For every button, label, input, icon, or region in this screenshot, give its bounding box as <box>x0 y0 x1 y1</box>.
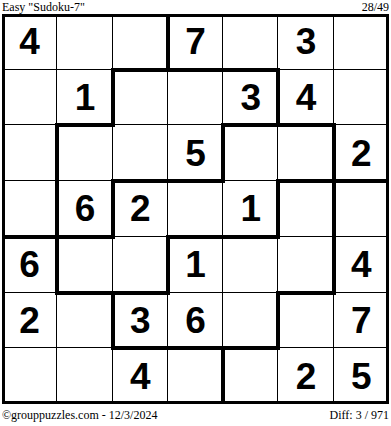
region-border-vertical <box>111 179 115 239</box>
given-digit: 7 <box>351 302 372 339</box>
region-border-vertical <box>276 179 280 239</box>
given-digit: 3 <box>240 79 261 116</box>
puzzle-counter: 28/49 <box>362 0 389 14</box>
region-border-horizontal <box>111 179 170 183</box>
given-digit: 6 <box>185 302 206 339</box>
region-border-horizontal <box>221 68 280 72</box>
cell-r0c4-region-B[interactable] <box>223 14 278 70</box>
cell-r1c0-region-A[interactable] <box>2 70 57 126</box>
region-border-vertical <box>55 235 59 295</box>
region-border-horizontal <box>55 235 114 239</box>
cell-r4c0-region-E[interactable]: 6 <box>2 237 57 293</box>
cell-r2c6-region-B[interactable]: 2 <box>334 125 389 181</box>
cell-r0c2-region-A[interactable] <box>113 14 168 70</box>
region-border-vertical <box>332 179 336 239</box>
region-border-vertical <box>55 123 59 183</box>
region-border-vertical <box>166 235 170 295</box>
cell-r5c1-region-E[interactable] <box>57 293 112 349</box>
given-digit: 2 <box>296 358 317 395</box>
cell-r3c0-region-A[interactable] <box>2 181 57 237</box>
given-digit: 4 <box>296 79 317 116</box>
cell-r0c1-region-A[interactable] <box>57 14 112 70</box>
region-border-horizontal <box>221 123 280 127</box>
cell-r2c2-region-C[interactable] <box>113 125 168 181</box>
given-digit: 3 <box>296 23 317 60</box>
cell-r1c1-region-A[interactable]: 1 <box>57 70 112 126</box>
region-border-vertical <box>332 123 336 183</box>
given-digit: 5 <box>185 135 206 172</box>
grid-border-right <box>386 14 389 404</box>
cell-r3c3-region-D[interactable] <box>168 181 223 237</box>
region-border-vertical <box>221 123 225 183</box>
cell-r0c6-region-B[interactable] <box>334 14 389 70</box>
cell-r6c4-region-G[interactable] <box>223 348 278 404</box>
cell-r1c6-region-B[interactable] <box>334 70 389 126</box>
cell-r5c6-region-G[interactable]: 7 <box>334 293 389 349</box>
given-digit: 6 <box>19 246 40 283</box>
region-border-horizontal <box>332 179 389 183</box>
cell-r1c2-region-C[interactable] <box>113 70 168 126</box>
region-border-vertical <box>332 235 336 295</box>
region-border-horizontal <box>55 291 114 295</box>
region-border-horizontal <box>276 179 335 183</box>
region-border-vertical <box>111 291 115 351</box>
cell-r5c4-region-F[interactable] <box>223 293 278 349</box>
region-border-horizontal <box>166 346 225 350</box>
cell-r6c3-region-E[interactable] <box>168 348 223 404</box>
region-border-horizontal <box>276 291 335 295</box>
given-digit: 7 <box>185 23 206 60</box>
cell-r3c4-region-D[interactable]: 1 <box>223 181 278 237</box>
cell-r6c2-region-E[interactable]: 4 <box>113 348 168 404</box>
sudoku-board: 473134526216142367425 <box>2 14 389 404</box>
cell-r5c3-region-F[interactable]: 6 <box>168 293 223 349</box>
cell-r1c5-region-B[interactable]: 4 <box>278 70 333 126</box>
cell-r4c3-region-F[interactable]: 1 <box>168 237 223 293</box>
region-border-horizontal <box>276 123 335 127</box>
given-digit: 6 <box>75 190 96 227</box>
region-border-horizontal <box>2 235 59 239</box>
region-border-horizontal <box>221 346 280 350</box>
sudoku-7-page: { "game": "jigsaw-sudoku (Sudoku-7, 7x7 … <box>0 0 391 426</box>
cell-r6c0-region-E[interactable] <box>2 348 57 404</box>
given-digit: 1 <box>185 246 206 283</box>
cell-r4c2-region-D[interactable] <box>113 237 168 293</box>
cell-r2c4-region-D[interactable] <box>223 125 278 181</box>
cell-r0c0-region-A[interactable]: 4 <box>2 14 57 70</box>
region-border-horizontal <box>166 235 225 239</box>
region-border-vertical <box>55 179 59 239</box>
cell-r5c0-region-E[interactable]: 2 <box>2 293 57 349</box>
region-border-horizontal <box>111 291 170 295</box>
cell-r2c3-region-C[interactable]: 5 <box>168 125 223 181</box>
region-border-horizontal <box>111 346 170 350</box>
given-digit: 2 <box>351 135 372 172</box>
cell-r6c6-region-G[interactable]: 5 <box>334 348 389 404</box>
cell-r3c6-region-G[interactable] <box>334 181 389 237</box>
region-border-vertical <box>111 68 115 128</box>
cell-r4c1-region-D[interactable] <box>57 237 112 293</box>
region-border-horizontal <box>111 68 170 72</box>
cell-r6c5-region-G[interactable]: 2 <box>278 348 333 404</box>
region-border-vertical <box>166 14 170 72</box>
region-border-horizontal <box>166 68 225 72</box>
cell-r3c5-region-F[interactable] <box>278 181 333 237</box>
given-digit: 2 <box>19 302 40 339</box>
given-digit: 1 <box>240 190 261 227</box>
cell-r4c6-region-G[interactable]: 4 <box>334 237 389 293</box>
given-digit: 4 <box>130 358 151 395</box>
grid-border-bottom <box>2 401 389 404</box>
region-border-horizontal <box>166 179 225 183</box>
cell-r2c1-region-C[interactable] <box>57 125 112 181</box>
cell-r1c4-region-C[interactable]: 3 <box>223 70 278 126</box>
given-digit: 3 <box>130 302 151 339</box>
cell-r3c1-region-C[interactable]: 6 <box>57 181 112 237</box>
cell-r5c5-region-G[interactable] <box>278 293 333 349</box>
cell-r3c2-region-D[interactable]: 2 <box>113 181 168 237</box>
cell-r6c1-region-E[interactable] <box>57 348 112 404</box>
cell-r1c3-region-C[interactable] <box>168 70 223 126</box>
cell-r4c4-region-F[interactable] <box>223 237 278 293</box>
cell-r0c5-region-B[interactable]: 3 <box>278 14 333 70</box>
cell-r4c5-region-F[interactable] <box>278 237 333 293</box>
given-digit: 4 <box>351 246 372 283</box>
puzzle-title: Easy "Sudoku-7" <box>2 0 85 14</box>
copyright-text: ©grouppuzzles.com - 12/3/2024 <box>2 407 157 423</box>
region-border-vertical <box>276 68 280 128</box>
region-border-horizontal <box>221 235 280 239</box>
cell-r5c2-region-F[interactable]: 3 <box>113 293 168 349</box>
given-digit: 2 <box>130 190 151 227</box>
given-digit: 4 <box>19 23 40 60</box>
region-border-horizontal <box>55 123 114 127</box>
region-border-vertical <box>276 291 280 351</box>
grid-border-left <box>2 14 5 404</box>
given-digit: 1 <box>75 79 96 116</box>
cell-r2c0-region-A[interactable] <box>2 125 57 181</box>
grid-border-top <box>2 14 389 17</box>
cell-r2c5-region-D[interactable] <box>278 125 333 181</box>
cell-r0c3-region-B[interactable]: 7 <box>168 14 223 70</box>
difficulty-text: Diff: 3 / 971 <box>330 407 389 423</box>
given-digit: 5 <box>351 358 372 395</box>
region-border-vertical <box>221 346 225 404</box>
